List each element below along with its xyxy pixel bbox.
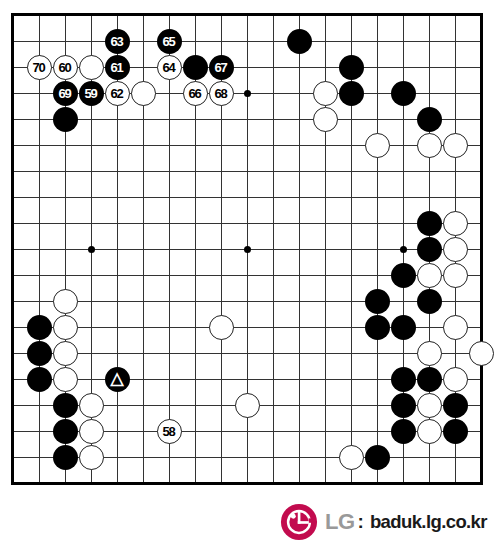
stone-black: 67 bbox=[209, 55, 234, 80]
footer: LG : baduk.lg.co.kr bbox=[280, 501, 487, 543]
star-point bbox=[244, 90, 251, 97]
footer-separator: : bbox=[358, 511, 364, 533]
stone-white bbox=[79, 393, 104, 418]
star-point bbox=[400, 246, 407, 253]
stone-white bbox=[417, 133, 442, 158]
star-point bbox=[244, 246, 251, 253]
stone-number: 69 bbox=[58, 87, 70, 100]
stone-white bbox=[417, 341, 442, 366]
stone-black: △ bbox=[105, 367, 130, 392]
stone-black: 59 bbox=[79, 81, 104, 106]
stone-black bbox=[365, 445, 390, 470]
stone-black bbox=[183, 55, 208, 80]
stone-black bbox=[365, 289, 390, 314]
stone-black bbox=[53, 419, 78, 444]
stone-white bbox=[79, 445, 104, 470]
stone-white bbox=[469, 341, 494, 366]
stone-white bbox=[365, 133, 390, 158]
stone-black: 61 bbox=[105, 55, 130, 80]
stone-white bbox=[443, 133, 468, 158]
board-pieces-layer: 636570606164676959626668△58 bbox=[0, 2, 494, 496]
stone-white bbox=[235, 393, 260, 418]
stone-black bbox=[417, 237, 442, 262]
stone-white bbox=[79, 419, 104, 444]
page: 636570606164676959626668△58 LG : baduk.l… bbox=[0, 0, 500, 545]
stone-black bbox=[27, 315, 52, 340]
stone-black bbox=[391, 393, 416, 418]
footer-url: baduk.lg.co.kr bbox=[370, 511, 487, 533]
stone-number: 66 bbox=[188, 87, 200, 100]
stone-white: 58 bbox=[157, 419, 182, 444]
stone-black bbox=[53, 107, 78, 132]
stone-number: 67 bbox=[214, 61, 226, 74]
stone-black bbox=[391, 367, 416, 392]
stone-white bbox=[443, 367, 468, 392]
stone-number: 60 bbox=[58, 61, 70, 74]
stone-black bbox=[417, 211, 442, 236]
triangle-marker: △ bbox=[110, 370, 123, 387]
stone-white bbox=[53, 341, 78, 366]
lg-logo-icon bbox=[280, 503, 318, 541]
stone-black bbox=[339, 55, 364, 80]
stone-black bbox=[443, 393, 468, 418]
stone-black bbox=[53, 393, 78, 418]
stone-black bbox=[287, 29, 312, 54]
stone-black bbox=[391, 81, 416, 106]
stone-black bbox=[391, 419, 416, 444]
stone-number: 61 bbox=[110, 61, 122, 74]
stone-white bbox=[417, 393, 442, 418]
stone-white bbox=[443, 315, 468, 340]
stone-white: 64 bbox=[157, 55, 182, 80]
stone-black bbox=[443, 419, 468, 444]
stone-white bbox=[131, 81, 156, 106]
stone-white: 70 bbox=[27, 55, 52, 80]
stone-white bbox=[53, 289, 78, 314]
star-point bbox=[88, 246, 95, 253]
stone-white bbox=[417, 419, 442, 444]
go-board: 636570606164676959626668△58 bbox=[0, 2, 494, 496]
stone-number: 58 bbox=[162, 425, 174, 438]
stone-number: 68 bbox=[214, 87, 226, 100]
stone-black bbox=[391, 315, 416, 340]
stone-black bbox=[53, 445, 78, 470]
stone-white bbox=[209, 315, 234, 340]
stone-white bbox=[417, 263, 442, 288]
stone-white: 62 bbox=[105, 81, 130, 106]
stone-white: 66 bbox=[183, 81, 208, 106]
stone-white bbox=[339, 445, 364, 470]
lg-wordmark: LG bbox=[325, 509, 355, 535]
stone-number: 63 bbox=[110, 35, 122, 48]
stone-white bbox=[53, 315, 78, 340]
stone-black bbox=[417, 289, 442, 314]
stone-white bbox=[313, 81, 338, 106]
stone-white bbox=[443, 263, 468, 288]
stone-black bbox=[417, 107, 442, 132]
stone-black bbox=[365, 315, 390, 340]
stone-black bbox=[417, 367, 442, 392]
stone-number: 64 bbox=[162, 61, 174, 74]
stone-white bbox=[313, 107, 338, 132]
stone-black: 65 bbox=[157, 29, 182, 54]
stone-black bbox=[27, 341, 52, 366]
stone-white bbox=[53, 367, 78, 392]
stone-black: 63 bbox=[105, 29, 130, 54]
stone-number: 59 bbox=[84, 87, 96, 100]
stone-black: 69 bbox=[53, 81, 78, 106]
stone-white: 60 bbox=[53, 55, 78, 80]
stone-black bbox=[27, 367, 52, 392]
stone-white: 68 bbox=[209, 81, 234, 106]
stone-white bbox=[79, 55, 104, 80]
stone-black bbox=[339, 81, 364, 106]
stone-number: 62 bbox=[110, 87, 122, 100]
stone-white bbox=[443, 237, 468, 262]
stone-black bbox=[391, 263, 416, 288]
stone-number: 70 bbox=[32, 61, 44, 74]
stone-number: 65 bbox=[162, 35, 174, 48]
stone-white bbox=[443, 211, 468, 236]
